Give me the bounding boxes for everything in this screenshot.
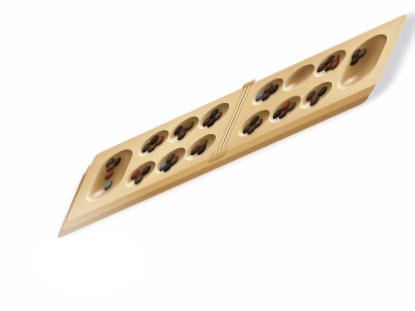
mancala-board [66,12,408,222]
perspective-wrapper [8,0,415,311]
hinge-pin-icon [217,152,220,155]
mancala-photo-scene [0,0,415,311]
